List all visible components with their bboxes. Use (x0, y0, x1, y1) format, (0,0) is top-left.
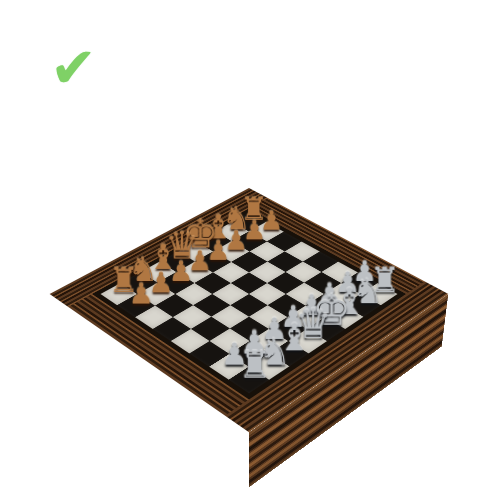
chess-set-photo: ♜♞♝♛♚♝♞♜♟♟♟♟♟♟♟♟♟♟♟♟♟♟♟♟♜♞♝♛♚♝♞♜ (0, 0, 500, 500)
piece-silver-rook[interactable]: ♜ (203, 346, 307, 383)
board-top-face: ♜♞♝♛♚♝♞♜♟♟♟♟♟♟♟♟♟♟♟♟♟♟♟♟♜♞♝♛♚♝♞♜ (50, 188, 449, 432)
piece-copper-pawn[interactable]: ♟ (93, 280, 189, 308)
chess-box: ♜♞♝♛♚♝♞♜♟♟♟♟♟♟♟♟♟♟♟♟♟♟♟♟♜♞♝♛♚♝♞♜ (50, 188, 449, 432)
